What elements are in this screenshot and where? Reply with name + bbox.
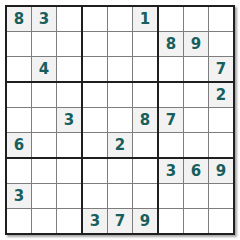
cell-r9c5[interactable]: 7 <box>108 209 132 233</box>
cell-r1c8[interactable] <box>184 7 208 31</box>
cell-r3c2[interactable]: 4 <box>32 57 56 81</box>
cell-r6c9[interactable] <box>209 133 233 157</box>
cell-r8c6[interactable] <box>133 184 157 208</box>
cell-r4c4[interactable] <box>83 83 107 107</box>
cell-r2c1[interactable] <box>7 32 31 56</box>
box-8: 379 <box>83 159 157 233</box>
cell-r8c8[interactable] <box>184 184 208 208</box>
cell-r3c5[interactable] <box>108 57 132 81</box>
cell-r2c9[interactable] <box>209 32 233 56</box>
cell-r5c1[interactable] <box>7 108 31 132</box>
cell-r8c7[interactable] <box>159 184 183 208</box>
cell-r5c2[interactable] <box>32 108 56 132</box>
cell-r6c2[interactable] <box>32 133 56 157</box>
cell-r9c1[interactable] <box>7 209 31 233</box>
cell-r8c4[interactable] <box>83 184 107 208</box>
cell-r7c8[interactable]: 6 <box>184 159 208 183</box>
cell-r2c8[interactable]: 9 <box>184 32 208 56</box>
cell-r8c1[interactable]: 3 <box>7 184 31 208</box>
cell-r8c9[interactable] <box>209 184 233 208</box>
cell-r4c8[interactable] <box>184 83 208 107</box>
cell-r6c1[interactable]: 6 <box>7 133 31 157</box>
box-7: 3 <box>7 159 81 233</box>
cell-r1c9[interactable] <box>209 7 233 31</box>
cell-r5c7[interactable]: 7 <box>159 108 183 132</box>
cell-r4c5[interactable] <box>108 83 132 107</box>
cell-r4c6[interactable] <box>133 83 157 107</box>
cell-r6c4[interactable] <box>83 133 107 157</box>
cell-r7c2[interactable] <box>32 159 56 183</box>
box-2: 1 <box>83 7 157 81</box>
cell-r4c2[interactable] <box>32 83 56 107</box>
box-5: 82 <box>83 83 157 157</box>
cell-r4c7[interactable] <box>159 83 183 107</box>
cell-r1c6[interactable]: 1 <box>133 7 157 31</box>
cell-r9c6[interactable]: 9 <box>133 209 157 233</box>
cell-r5c8[interactable] <box>184 108 208 132</box>
cell-r6c8[interactable] <box>184 133 208 157</box>
cell-r6c3[interactable] <box>57 133 81 157</box>
cell-r2c2[interactable] <box>32 32 56 56</box>
cell-r3c1[interactable] <box>7 57 31 81</box>
box-6: 27 <box>159 83 233 157</box>
cell-r6c6[interactable] <box>133 133 157 157</box>
cell-r5c3[interactable]: 3 <box>57 108 81 132</box>
cell-r4c9[interactable]: 2 <box>209 83 233 107</box>
cell-r4c1[interactable] <box>7 83 31 107</box>
cell-r5c6[interactable]: 8 <box>133 108 157 132</box>
cell-r7c9[interactable]: 9 <box>209 159 233 183</box>
sudoku-board: 83418973682273379369 <box>5 5 235 235</box>
cell-r5c9[interactable] <box>209 108 233 132</box>
cell-r7c5[interactable] <box>108 159 132 183</box>
cell-r1c3[interactable] <box>57 7 81 31</box>
cell-r8c3[interactable] <box>57 184 81 208</box>
cell-r2c3[interactable] <box>57 32 81 56</box>
cell-r6c7[interactable] <box>159 133 183 157</box>
cell-r7c6[interactable] <box>133 159 157 183</box>
box-1: 834 <box>7 7 81 81</box>
cell-r8c5[interactable] <box>108 184 132 208</box>
cell-r3c8[interactable] <box>184 57 208 81</box>
sudoku-board-wrap: 83418973682273379369 <box>5 5 235 235</box>
cell-r2c5[interactable] <box>108 32 132 56</box>
cell-r1c7[interactable] <box>159 7 183 31</box>
cell-r2c4[interactable] <box>83 32 107 56</box>
cell-r6c5[interactable]: 2 <box>108 133 132 157</box>
cell-r5c4[interactable] <box>83 108 107 132</box>
cell-r7c7[interactable]: 3 <box>159 159 183 183</box>
cell-r3c9[interactable]: 7 <box>209 57 233 81</box>
cell-r1c4[interactable] <box>83 7 107 31</box>
cell-r1c5[interactable] <box>108 7 132 31</box>
cell-r7c4[interactable] <box>83 159 107 183</box>
cell-r3c6[interactable] <box>133 57 157 81</box>
cell-r9c2[interactable] <box>32 209 56 233</box>
cell-r5c5[interactable] <box>108 108 132 132</box>
box-9: 369 <box>159 159 233 233</box>
cell-r7c3[interactable] <box>57 159 81 183</box>
cell-r3c7[interactable] <box>159 57 183 81</box>
cell-r9c7[interactable] <box>159 209 183 233</box>
cell-r3c3[interactable] <box>57 57 81 81</box>
cell-r7c1[interactable] <box>7 159 31 183</box>
cell-r9c9[interactable] <box>209 209 233 233</box>
cell-r2c6[interactable] <box>133 32 157 56</box>
box-3: 897 <box>159 7 233 81</box>
box-4: 36 <box>7 83 81 157</box>
cell-r4c3[interactable] <box>57 83 81 107</box>
cell-r9c4[interactable]: 3 <box>83 209 107 233</box>
cell-r1c1[interactable]: 8 <box>7 7 31 31</box>
cell-r2c7[interactable]: 8 <box>159 32 183 56</box>
cell-r8c2[interactable] <box>32 184 56 208</box>
cell-r9c8[interactable] <box>184 209 208 233</box>
cell-r1c2[interactable]: 3 <box>32 7 56 31</box>
cell-r9c3[interactable] <box>57 209 81 233</box>
cell-r3c4[interactable] <box>83 57 107 81</box>
